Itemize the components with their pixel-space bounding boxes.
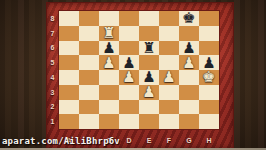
- rank-label-2: 2: [46, 100, 59, 115]
- square-f3[interactable]: [159, 85, 179, 100]
- square-h2[interactable]: [199, 100, 219, 115]
- square-d3[interactable]: [119, 85, 139, 100]
- rank-label-1: 1: [46, 114, 59, 129]
- square-b1[interactable]: [79, 114, 99, 129]
- square-d8[interactable]: [119, 11, 139, 26]
- square-c8[interactable]: [99, 11, 119, 26]
- file-label-f: F: [159, 134, 179, 146]
- square-f6[interactable]: [159, 41, 179, 56]
- square-e1[interactable]: [139, 114, 159, 129]
- square-d7[interactable]: [119, 26, 139, 41]
- square-a1[interactable]: [59, 114, 79, 129]
- square-g4[interactable]: [179, 70, 199, 85]
- square-a5[interactable]: [59, 55, 79, 70]
- file-label-h: H: [199, 134, 219, 146]
- file-label-g: G: [179, 134, 199, 146]
- square-c4[interactable]: [99, 70, 119, 85]
- square-h6[interactable]: [199, 41, 219, 56]
- square-c5[interactable]: ♟: [99, 55, 119, 70]
- square-e8[interactable]: [139, 11, 159, 26]
- square-d1[interactable]: [119, 114, 139, 129]
- square-h1[interactable]: [199, 114, 219, 129]
- watermark-text: aparat.com/AiliBhrp6v: [2, 136, 120, 146]
- square-g8[interactable]: ♚: [179, 11, 199, 26]
- black-pawn-h5[interactable]: ♟: [202, 55, 215, 69]
- square-a2[interactable]: [59, 100, 79, 115]
- square-f2[interactable]: [159, 100, 179, 115]
- square-d5[interactable]: ♟: [119, 55, 139, 70]
- black-pawn-e4[interactable]: ♟: [142, 70, 155, 84]
- square-d4[interactable]: ♟: [119, 70, 139, 85]
- square-h3[interactable]: [199, 85, 219, 100]
- square-b2[interactable]: [79, 100, 99, 115]
- square-c6[interactable]: ♟: [99, 41, 119, 56]
- rank-label-3: 3: [46, 85, 59, 100]
- square-b3[interactable]: [79, 85, 99, 100]
- rank-label-4: 4: [46, 70, 59, 85]
- square-a6[interactable]: [59, 41, 79, 56]
- square-g7[interactable]: [179, 26, 199, 41]
- square-f5[interactable]: [159, 55, 179, 70]
- square-c1[interactable]: [99, 114, 119, 129]
- black-pawn-c6[interactable]: ♟: [102, 40, 115, 54]
- square-g3[interactable]: [179, 85, 199, 100]
- square-h8[interactable]: [199, 11, 219, 26]
- black-rook-e6[interactable]: ♜: [142, 40, 155, 54]
- square-e5[interactable]: [139, 55, 159, 70]
- bottom-edge-strip: [0, 148, 266, 150]
- square-e6[interactable]: ♜: [139, 41, 159, 56]
- square-h7[interactable]: [199, 26, 219, 41]
- square-d2[interactable]: [119, 100, 139, 115]
- rank-label-5: 5: [46, 55, 59, 70]
- file-label-e: E: [139, 134, 159, 146]
- black-pawn-d5[interactable]: ♟: [122, 55, 135, 69]
- white-pawn-e3[interactable]: ♟: [142, 85, 155, 99]
- square-h5[interactable]: ♟: [199, 55, 219, 70]
- white-king-h4[interactable]: ♚: [202, 70, 215, 84]
- square-a7[interactable]: [59, 26, 79, 41]
- square-c7[interactable]: ♜: [99, 26, 119, 41]
- square-f8[interactable]: [159, 11, 179, 26]
- black-king-g8[interactable]: ♚: [182, 11, 195, 25]
- square-f4[interactable]: ♟: [159, 70, 179, 85]
- square-e7[interactable]: [139, 26, 159, 41]
- square-g2[interactable]: [179, 100, 199, 115]
- rank-label-8: 8: [46, 11, 59, 26]
- white-rook-c7[interactable]: ♜: [102, 26, 115, 40]
- square-c2[interactable]: [99, 100, 119, 115]
- square-e4[interactable]: ♟: [139, 70, 159, 85]
- square-b5[interactable]: [79, 55, 99, 70]
- square-g1[interactable]: [179, 114, 199, 129]
- black-pawn-g6[interactable]: ♟: [182, 40, 195, 54]
- square-d6[interactable]: [119, 41, 139, 56]
- square-f7[interactable]: [159, 26, 179, 41]
- white-pawn-f4[interactable]: ♟: [162, 70, 175, 84]
- square-g6[interactable]: ♟: [179, 41, 199, 56]
- rank-label-6: 6: [46, 41, 59, 56]
- white-pawn-g5[interactable]: ♟: [182, 55, 195, 69]
- chess-board[interactable]: ♚♜♟♜♟♟♟♟♟♟♟♟♚♟: [59, 11, 219, 129]
- rank-label-7: 7: [46, 26, 59, 41]
- white-pawn-d4[interactable]: ♟: [122, 70, 135, 84]
- rank-labels: 87654321: [46, 11, 59, 129]
- square-h4[interactable]: ♚: [199, 70, 219, 85]
- square-e3[interactable]: ♟: [139, 85, 159, 100]
- square-c3[interactable]: [99, 85, 119, 100]
- white-pawn-c5[interactable]: ♟: [102, 55, 115, 69]
- square-f1[interactable]: [159, 114, 179, 129]
- file-label-d: D: [119, 134, 139, 146]
- square-a8[interactable]: [59, 11, 79, 26]
- square-b6[interactable]: [79, 41, 99, 56]
- square-a3[interactable]: [59, 85, 79, 100]
- video-frame-background: 87654321 ♚♜♟♜♟♟♟♟♟♟♟♟♚♟ ABCDEFGH aparat.…: [0, 0, 266, 150]
- square-g5[interactable]: ♟: [179, 55, 199, 70]
- square-a4[interactable]: [59, 70, 79, 85]
- square-e2[interactable]: [139, 100, 159, 115]
- square-b4[interactable]: [79, 70, 99, 85]
- square-b7[interactable]: [79, 26, 99, 41]
- square-b8[interactable]: [79, 11, 99, 26]
